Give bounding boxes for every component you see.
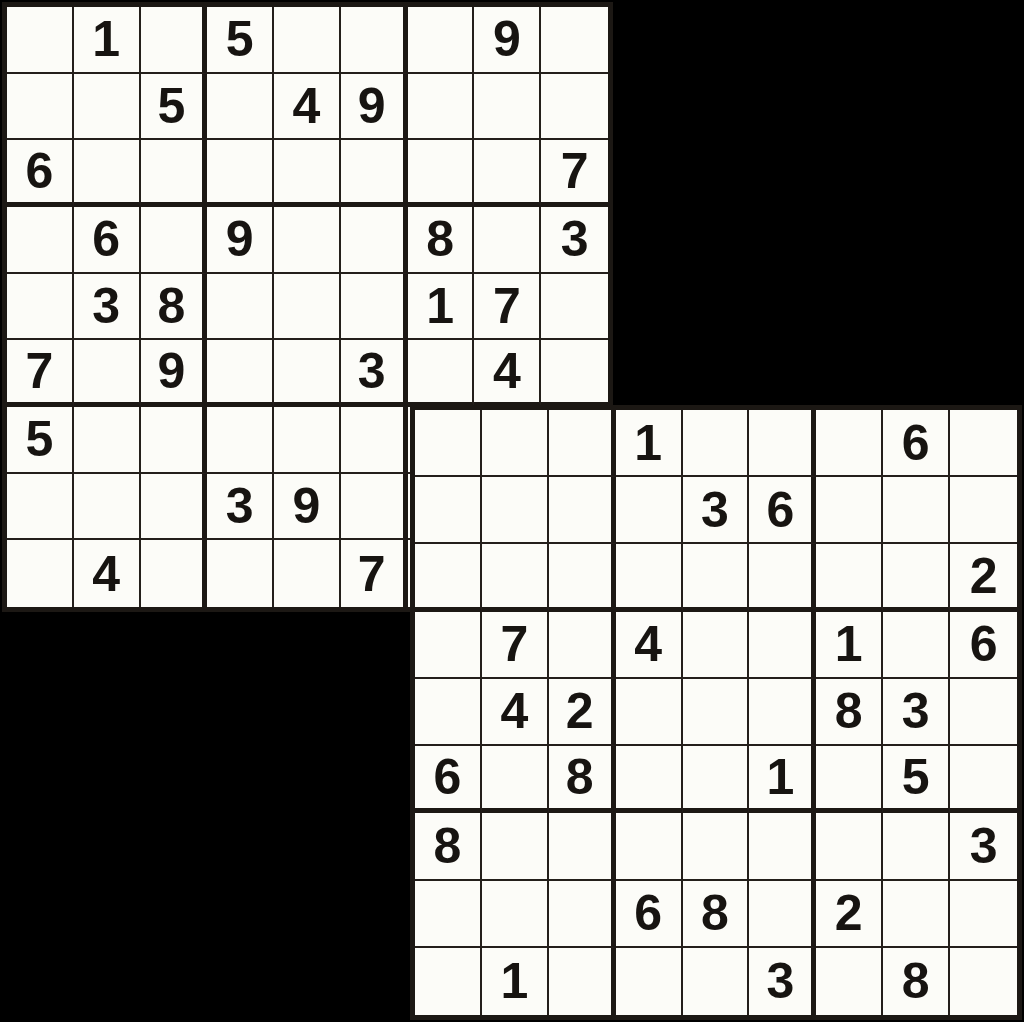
grid2-cell-r6c7[interactable] (816, 746, 883, 813)
grid1-cell-r1c7[interactable] (408, 7, 475, 74)
sudoku-grid-bottom-right: 1636274164283681583682138 (410, 405, 1022, 1020)
grid1-cell-r1c5[interactable] (274, 7, 341, 74)
grid1-cell-r9c1[interactable] (7, 540, 74, 607)
grid2-cell-r8c9[interactable] (950, 881, 1017, 948)
grid2-cell-r9c1[interactable] (415, 948, 482, 1015)
grid2-cell-r4c3[interactable] (549, 612, 616, 679)
grid1-cell-r6c4[interactable] (207, 340, 274, 407)
grid2-cell-r4c2: 7 (482, 612, 549, 679)
grid2-cell-r5c6[interactable] (749, 679, 816, 746)
grid1-cell-r7c2[interactable] (74, 407, 141, 474)
grid1-cell-r7c4[interactable] (207, 407, 274, 474)
grid1-cell-r3c8[interactable] (474, 140, 541, 207)
grid1-cell-r2c4[interactable] (207, 74, 274, 141)
grid1-cell-r6c7[interactable] (408, 340, 475, 407)
grid1-cell-r4c2: 6 (74, 207, 141, 274)
grid1-cell-r1c2: 1 (74, 7, 141, 74)
grid2-cell-r1c5[interactable] (683, 410, 750, 477)
grid1-cell-r7c1: 5 (7, 407, 74, 474)
grid1-cell-r9c4[interactable] (207, 540, 274, 607)
grid1-cell-r9c3[interactable] (141, 540, 208, 607)
grid2-cell-r9c3[interactable] (549, 948, 616, 1015)
grid1-cell-r1c6[interactable] (341, 7, 408, 74)
grid1-cell-r1c8: 9 (474, 7, 541, 74)
grid2-cell-r3c5[interactable] (683, 544, 750, 611)
grid2-cell-r8c4: 6 (616, 881, 683, 948)
grid1-cell-r8c6[interactable] (341, 474, 408, 541)
grid2-cell-r4c8[interactable] (883, 612, 950, 679)
grid1-cell-r8c1[interactable] (7, 474, 74, 541)
grid2-cell-r2c9[interactable] (950, 477, 1017, 544)
grid2-cell-r7c6[interactable] (749, 813, 816, 880)
grid1-cell-r7c5[interactable] (274, 407, 341, 474)
grid2-cell-r8c7: 2 (816, 881, 883, 948)
grid2-cell-r9c5[interactable] (683, 948, 750, 1015)
grid1-cell-r2c8[interactable] (474, 74, 541, 141)
grid1-cell-r5c3: 8 (141, 274, 208, 341)
grid2-cell-r4c7: 1 (816, 612, 883, 679)
grid1-cell-r6c2[interactable] (74, 340, 141, 407)
grid2-cell-r8c2[interactable] (482, 881, 549, 948)
grid2-cell-r4c6[interactable] (749, 612, 816, 679)
grid2-cell-r1c1[interactable] (415, 410, 482, 477)
grid2-cell-r3c6[interactable] (749, 544, 816, 611)
grid1-cell-r1c3[interactable] (141, 7, 208, 74)
grid1-cell-r9c6: 7 (341, 540, 408, 607)
scanned-puzzle-page: { "game": "sudoku", "variant": "twin ove… (0, 0, 1024, 1022)
grid2-cell-r3c4[interactable] (616, 544, 683, 611)
grid1-cell-r6c5[interactable] (274, 340, 341, 407)
grid2-cell-r2c6: 6 (749, 477, 816, 544)
grid1-cell-r3c4[interactable] (207, 140, 274, 207)
grid2-cell-r7c9: 3 (950, 813, 1017, 880)
grid1-cell-r4c9: 3 (541, 207, 608, 274)
grid1-cell-r3c3[interactable] (141, 140, 208, 207)
grid1-cell-r4c1[interactable] (7, 207, 74, 274)
grid1-cell-r8c2[interactable] (74, 474, 141, 541)
grid2-cell-r6c3: 8 (549, 746, 616, 813)
grid1-cell-r4c8[interactable] (474, 207, 541, 274)
grid1-cell-r4c3[interactable] (141, 207, 208, 274)
grid2-cell-r6c8: 5 (883, 746, 950, 813)
grid1-cell-r3c7[interactable] (408, 140, 475, 207)
grid1-cell-r3c5[interactable] (274, 140, 341, 207)
grid2-cell-r1c4: 1 (616, 410, 683, 477)
grid1-cell-r5c4[interactable] (207, 274, 274, 341)
grid1-cell-r3c1: 6 (7, 140, 74, 207)
grid2-cell-r1c7[interactable] (816, 410, 883, 477)
grid1-cell-r4c4: 9 (207, 207, 274, 274)
grid1-cell-r1c9[interactable] (541, 7, 608, 74)
grid1-cell-r2c5: 4 (274, 74, 341, 141)
grid2-cell-r7c5[interactable] (683, 813, 750, 880)
grid2-cell-r9c8: 8 (883, 948, 950, 1015)
grid2-cell-r8c6[interactable] (749, 881, 816, 948)
grid1-cell-r9c2: 4 (74, 540, 141, 607)
grid1-cell-r5c6[interactable] (341, 274, 408, 341)
grid1-cell-r5c9[interactable] (541, 274, 608, 341)
grid1-cell-r8c5: 9 (274, 474, 341, 541)
grid1-cell-r2c6: 9 (341, 74, 408, 141)
grid2-cell-r9c7[interactable] (816, 948, 883, 1015)
grid2-cell-r9c6: 3 (749, 948, 816, 1015)
grid2-cell-r5c4[interactable] (616, 679, 683, 746)
grid2-cell-r2c8[interactable] (883, 477, 950, 544)
grid1-cell-r7c3[interactable] (141, 407, 208, 474)
grid2-cell-r1c6[interactable] (749, 410, 816, 477)
grid2-cell-r2c5: 3 (683, 477, 750, 544)
grid2-cell-r3c8[interactable] (883, 544, 950, 611)
grid1-cell-r8c4: 3 (207, 474, 274, 541)
grid2-cell-r3c9: 2 (950, 544, 1017, 611)
grid2-cell-r6c4[interactable] (616, 746, 683, 813)
grid2-cell-r7c2[interactable] (482, 813, 549, 880)
grid2-cell-r1c3[interactable] (549, 410, 616, 477)
grid1-cell-r6c1: 7 (7, 340, 74, 407)
grid1-cell-r1c4: 5 (207, 7, 274, 74)
grid2-cell-r7c1: 8 (415, 813, 482, 880)
grid2-cell-r8c5: 8 (683, 881, 750, 948)
grid2-cell-r2c3[interactable] (549, 477, 616, 544)
grid2-cell-r3c3[interactable] (549, 544, 616, 611)
grid2-cell-r3c2[interactable] (482, 544, 549, 611)
grid1-cell-r2c3: 5 (141, 74, 208, 141)
grid1-cell-r8c3[interactable] (141, 474, 208, 541)
grid2-cell-r1c9[interactable] (950, 410, 1017, 477)
grid1-cell-r6c6: 3 (341, 340, 408, 407)
grid1-cell-r5c8: 7 (474, 274, 541, 341)
grid1-cell-r1c1[interactable] (7, 7, 74, 74)
grid1-cell-r6c3: 9 (141, 340, 208, 407)
grid2-cell-r9c4[interactable] (616, 948, 683, 1015)
grid2-cell-r6c5[interactable] (683, 746, 750, 813)
grid2-cell-r6c6: 1 (749, 746, 816, 813)
grid2-cell-r6c2[interactable] (482, 746, 549, 813)
grid2-cell-r4c4: 4 (616, 612, 683, 679)
grid2-cell-r6c1: 6 (415, 746, 482, 813)
grid2-cell-r5c5[interactable] (683, 679, 750, 746)
grid1-cell-r6c9[interactable] (541, 340, 608, 407)
grid1-cell-r5c2: 3 (74, 274, 141, 341)
grid1-cell-r5c5[interactable] (274, 274, 341, 341)
grid2-cell-r7c8[interactable] (883, 813, 950, 880)
grid2-cell-r1c2[interactable] (482, 410, 549, 477)
grid1-cell-r3c2[interactable] (74, 140, 141, 207)
grid2-cell-r9c9[interactable] (950, 948, 1017, 1015)
grid2-cell-r7c3[interactable] (549, 813, 616, 880)
grid1-cell-r6c8: 4 (474, 340, 541, 407)
grid2-cell-r9c2: 1 (482, 948, 549, 1015)
grid2-cell-r5c1[interactable] (415, 679, 482, 746)
grid1-cell-r9c5[interactable] (274, 540, 341, 607)
grid1-cell-r2c1[interactable] (7, 74, 74, 141)
grid2-cell-r5c8: 3 (883, 679, 950, 746)
grid2-cell-r4c1[interactable] (415, 612, 482, 679)
grid2-cell-r5c9[interactable] (950, 679, 1017, 746)
grid1-cell-r2c2[interactable] (74, 74, 141, 141)
grid1-cell-r2c9[interactable] (541, 74, 608, 141)
grid2-cell-r3c1[interactable] (415, 544, 482, 611)
grid1-cell-r3c6[interactable] (341, 140, 408, 207)
grid2-cell-r2c1[interactable] (415, 477, 482, 544)
grid2-cell-r2c2[interactable] (482, 477, 549, 544)
grid2-cell-r8c3[interactable] (549, 881, 616, 948)
grid1-cell-r3c9: 7 (541, 140, 608, 207)
grid2-cell-r8c1[interactable] (415, 881, 482, 948)
grid2-cell-r2c7[interactable] (816, 477, 883, 544)
grid1-cell-r4c6[interactable] (341, 207, 408, 274)
grid2-cell-r4c5[interactable] (683, 612, 750, 679)
grid1-cell-r4c5[interactable] (274, 207, 341, 274)
grid2-cell-r8c8[interactable] (883, 881, 950, 948)
grid2-cell-r3c7[interactable] (816, 544, 883, 611)
grid1-cell-r2c7[interactable] (408, 74, 475, 141)
grid1-cell-r5c7: 1 (408, 274, 475, 341)
grid2-cell-r5c3: 2 (549, 679, 616, 746)
grid2-cell-r6c9[interactable] (950, 746, 1017, 813)
grid2-cell-r5c2: 4 (482, 679, 549, 746)
grid2-cell-r7c4[interactable] (616, 813, 683, 880)
grid2-cell-r5c7: 8 (816, 679, 883, 746)
grid2-cell-r1c8: 6 (883, 410, 950, 477)
grid2-cell-r7c7[interactable] (816, 813, 883, 880)
grid1-cell-r7c6[interactable] (341, 407, 408, 474)
grid1-cell-r5c1[interactable] (7, 274, 74, 341)
grid2-cell-r4c9: 6 (950, 612, 1017, 679)
grid2-cell-r2c4[interactable] (616, 477, 683, 544)
grid1-cell-r4c7: 8 (408, 207, 475, 274)
